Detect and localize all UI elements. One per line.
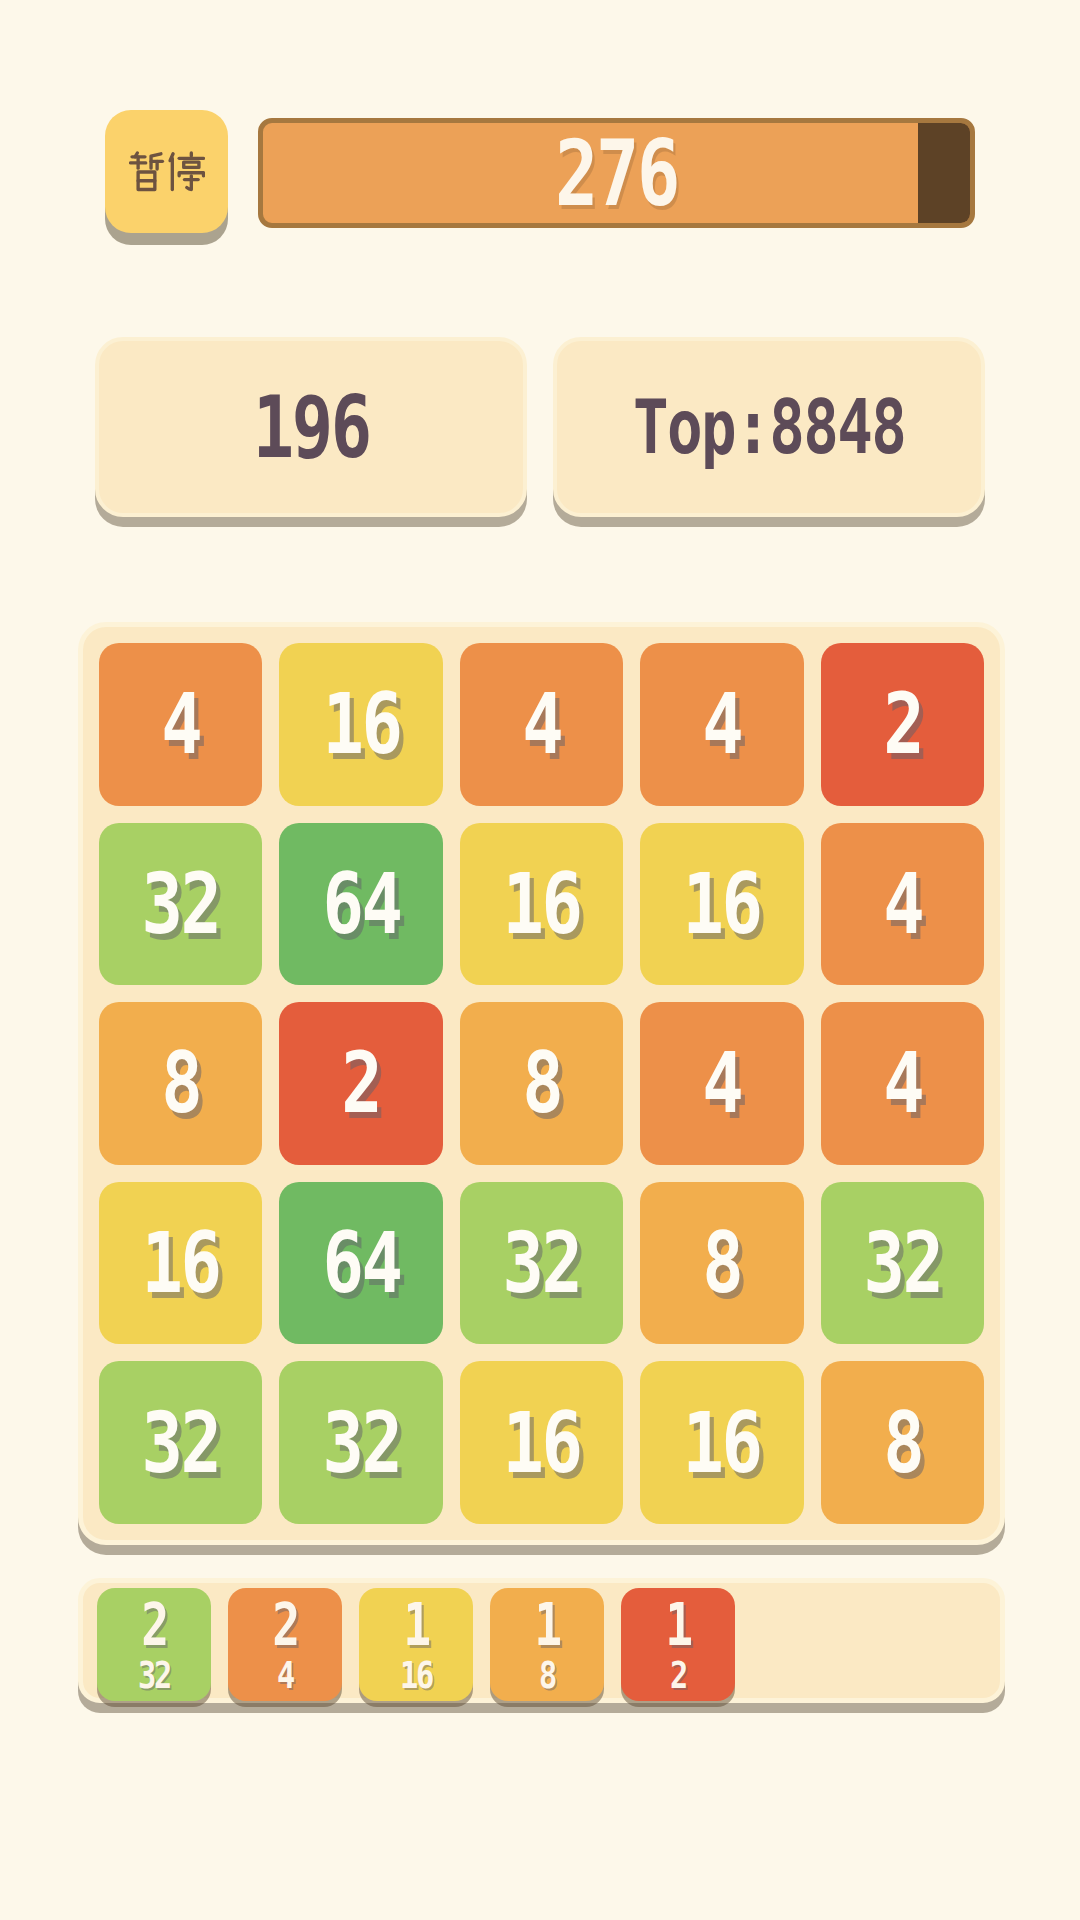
tile-value: 32: [502, 1214, 580, 1312]
tile-value: 2: [883, 675, 922, 773]
tile-value: 8: [883, 1394, 922, 1492]
tile-32: 32: [99, 1361, 262, 1524]
tile-value: 32: [142, 855, 220, 953]
tile-value: 32: [322, 1394, 400, 1492]
tile-value: 4: [702, 1034, 741, 1132]
tile-32: 32: [460, 1182, 623, 1345]
tile-value: 4: [883, 855, 922, 953]
tile-32: 32: [821, 1182, 984, 1345]
tile-value: 32: [863, 1214, 941, 1312]
game-screen: 276 196 Top:8848 41644232641616482844166…: [0, 0, 1080, 1920]
tray-value: 2: [670, 1656, 686, 1694]
tile-16: 16: [99, 1182, 262, 1345]
tile-8: 8: [640, 1182, 803, 1345]
tile-value: 8: [522, 1034, 561, 1132]
tile-4: 4: [821, 823, 984, 986]
tile-value: 64: [322, 1214, 400, 1312]
progress-value: 276: [334, 123, 900, 223]
tray-tile-8[interactable]: 18: [490, 1588, 604, 1701]
tray-count: 2: [141, 1596, 167, 1654]
tile-value: 8: [161, 1034, 200, 1132]
tile-16: 16: [279, 643, 442, 806]
game-board[interactable]: 41644232641616482844166432832323216168: [78, 622, 1005, 1545]
tile-value: 16: [683, 1394, 761, 1492]
tile-16: 16: [640, 823, 803, 986]
progress-remainder: [918, 123, 970, 223]
tile-16: 16: [460, 1361, 623, 1524]
tile-32: 32: [279, 1361, 442, 1524]
top-score-value: Top:8848: [633, 384, 905, 470]
tile-value: 16: [502, 855, 580, 953]
tile-8: 8: [821, 1361, 984, 1524]
header: 276: [105, 110, 975, 245]
tray-value: 32: [138, 1656, 170, 1694]
progress-bar: 276: [258, 118, 975, 228]
tile-value: 4: [883, 1034, 922, 1132]
tray-value: 16: [400, 1656, 432, 1694]
score-row: 196 Top:8848: [95, 337, 985, 517]
tile-value: 64: [322, 855, 400, 953]
tile-4: 4: [640, 643, 803, 806]
current-score-value: 196: [252, 377, 369, 477]
tile-4: 4: [460, 643, 623, 806]
tray-tile-32[interactable]: 232: [97, 1588, 211, 1701]
tile-64: 64: [279, 1182, 442, 1345]
tile-64: 64: [279, 823, 442, 986]
tile-tray: 232241161812: [78, 1578, 1005, 1703]
tile-4: 4: [99, 643, 262, 806]
tile-2: 2: [821, 643, 984, 806]
tile-value: 8: [702, 1214, 741, 1312]
tile-value: 4: [702, 675, 741, 773]
tray-tile-2[interactable]: 12: [621, 1588, 735, 1701]
top-score-box: Top:8848: [553, 337, 985, 517]
tile-value: 2: [342, 1034, 381, 1132]
tile-8: 8: [460, 1002, 623, 1165]
tile-2: 2: [279, 1002, 442, 1165]
tile-4: 4: [640, 1002, 803, 1165]
tile-16: 16: [460, 823, 623, 986]
tile-value: 4: [161, 675, 200, 773]
tray-count: 1: [403, 1596, 429, 1654]
tray-count: 2: [272, 1596, 298, 1654]
tile-32: 32: [99, 823, 262, 986]
tray-count: 1: [665, 1596, 691, 1654]
tile-value: 16: [322, 675, 400, 773]
tray-count: 1: [534, 1596, 560, 1654]
tile-value: 32: [142, 1394, 220, 1492]
tray-value: 8: [539, 1656, 555, 1694]
pause-button[interactable]: [105, 110, 228, 233]
tile-value: 4: [522, 675, 561, 773]
tray-tile-4[interactable]: 24: [228, 1588, 342, 1701]
tile-8: 8: [99, 1002, 262, 1165]
current-score-box: 196: [95, 337, 527, 517]
tray-tile-16[interactable]: 116: [359, 1588, 473, 1701]
tile-value: 16: [142, 1214, 220, 1312]
tile-16: 16: [640, 1361, 803, 1524]
tray-value: 4: [277, 1656, 293, 1694]
tile-value: 16: [502, 1394, 580, 1492]
tile-4: 4: [821, 1002, 984, 1165]
tile-value: 16: [683, 855, 761, 953]
pause-label-glyphs: [129, 150, 205, 194]
